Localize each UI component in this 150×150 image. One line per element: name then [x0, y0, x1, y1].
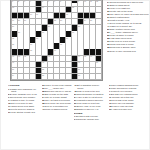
white-square: 3 — [24, 1, 30, 7]
clue-number: 21 — [24, 19, 26, 21]
clue-number: 8 — [60, 0, 61, 2]
white-square — [60, 7, 66, 13]
clue-number: 1 — [12, 0, 13, 2]
clue-number: 49 — [78, 61, 80, 63]
clue-column-right-text: 24 Sound bouncing off a canyon wall27 Ba… — [107, 1, 149, 52]
black-square — [18, 13, 24, 19]
white-square — [66, 1, 72, 7]
clue-line-text: Eighteen-wheeler, e.g. — [77, 108, 99, 110]
clue-number: 7 — [54, 0, 55, 2]
clue-line-text: Pirate's hearty "yes" — [110, 19, 130, 21]
black-square — [60, 13, 66, 19]
clue-line-text: Not even close to fake — [11, 102, 33, 104]
clue-line-text: They get split in pea soup — [45, 99, 70, 101]
clue-number: 18 — [66, 13, 68, 15]
clue-number: 9 — [78, 0, 79, 2]
white-square — [78, 43, 84, 49]
white-square: 30 — [42, 31, 48, 37]
white-square — [42, 19, 48, 25]
clue-number: 33 — [36, 37, 38, 39]
clue-line: 70 Drop of early morning dew — [107, 49, 149, 52]
white-square: 22 — [54, 19, 60, 25]
clue-line-text: Sketched with a pencil — [76, 115, 98, 117]
clue-number: 24 — [84, 19, 86, 21]
white-square — [78, 7, 84, 13]
clue-line-text: Paper wasp's hanging home — [111, 84, 139, 86]
white-square — [18, 68, 24, 74]
white-square — [18, 74, 24, 80]
white-square — [60, 49, 66, 55]
white-square — [30, 74, 36, 80]
white-square: 6 — [48, 1, 54, 7]
white-square — [54, 25, 60, 31]
white-square — [48, 62, 54, 68]
clue-column-3: 46 Bit of slapstick comedy ammo48 Ring o… — [74, 84, 106, 149]
clue-number: 12 — [96, 0, 98, 2]
white-square — [24, 43, 30, 49]
clue-line: 2 Toward the sunrise side — [74, 118, 106, 121]
white-square — [24, 74, 30, 80]
black-square — [66, 7, 72, 13]
clue-line-text: Gentle pat on the head — [110, 10, 132, 12]
clue-line-text: Cold drink for a hot day — [77, 102, 100, 104]
clue-line-text: Baker's rising agent — [110, 4, 129, 6]
white-square: 12 — [96, 1, 102, 7]
clue-line-text: Bar of soap for the bath — [45, 93, 68, 95]
white-square: 15 — [72, 7, 78, 13]
white-square — [96, 37, 102, 43]
clue-number: 5 — [42, 0, 43, 2]
white-square — [30, 7, 36, 13]
clue-number: 22 — [54, 19, 56, 21]
clue-line: 43 Team of wagon pullers — [42, 108, 72, 111]
white-square — [36, 43, 42, 49]
clue-number: 2 — [18, 0, 19, 2]
crossword-page: { "game": "crossword", "position": "....… — [0, 0, 150, 150]
clue-line-text: Barnyard egg layer, maybe — [45, 90, 71, 92]
white-square — [24, 62, 30, 68]
clue-line-text: Bit of slapstick comedy ammo — [77, 84, 99, 89]
white-square — [96, 25, 102, 31]
clue-line-text: Make amends for a wrong — [111, 87, 136, 89]
white-square — [48, 37, 54, 43]
clue-column-3-text: 46 Bit of slapstick comedy ammo48 Ring o… — [74, 84, 106, 121]
white-square: 11 — [90, 1, 96, 7]
clue-number: 3 — [24, 0, 25, 2]
white-square — [60, 62, 66, 68]
white-square — [48, 13, 54, 19]
white-square — [42, 13, 48, 19]
clue-number: 50 — [96, 61, 98, 63]
white-square — [24, 31, 30, 37]
white-square — [60, 68, 66, 74]
white-square — [66, 68, 72, 74]
white-square: 18 — [66, 13, 72, 19]
white-square — [54, 62, 60, 68]
white-square: 51 — [12, 68, 18, 74]
white-square — [54, 56, 60, 62]
clue-line-text: High chair user's wear — [110, 37, 132, 39]
white-square — [90, 74, 96, 80]
clue-number: 44 — [78, 55, 80, 57]
white-square — [66, 56, 72, 62]
white-square: 48 — [42, 62, 48, 68]
black-square — [72, 62, 78, 68]
white-square — [90, 31, 96, 37]
white-square: 4 — [30, 1, 36, 7]
clue-number: 29 — [18, 31, 20, 33]
clue-number: 45 — [84, 55, 86, 57]
white-square — [96, 74, 102, 80]
clue-number: 28 — [78, 25, 80, 27]
clue-line-text: Deep-down longing, so to speak — [110, 22, 141, 24]
white-square — [84, 25, 90, 31]
white-square — [96, 19, 102, 25]
clue-number: 15 — [72, 6, 74, 8]
clue-number: 39 — [54, 49, 56, 51]
white-square — [24, 37, 30, 43]
black-square — [72, 56, 78, 62]
clue-number: 4 — [30, 0, 31, 2]
clue-number: 46 — [90, 55, 92, 57]
black-square — [36, 7, 42, 13]
white-square: 46 — [90, 56, 96, 62]
white-square — [96, 7, 102, 13]
clue-line-text: Close at hand, to a bard — [110, 34, 133, 36]
white-square: 34 — [66, 37, 72, 43]
black-square — [72, 25, 78, 31]
white-square: 31 — [72, 31, 78, 37]
clue-number: 27 — [48, 25, 50, 27]
white-square: 37 — [60, 43, 66, 49]
clue-number: 42 — [24, 55, 26, 57]
black-square — [72, 74, 78, 80]
clue-number: 19 — [12, 19, 14, 21]
white-square: 43 — [48, 56, 54, 62]
clue-line-text: Den for a mountain lion — [45, 105, 68, 107]
white-square — [96, 68, 102, 74]
clue-number: 53 — [78, 68, 80, 70]
white-square — [66, 43, 72, 49]
white-square: 17 — [36, 13, 42, 19]
white-square — [72, 13, 78, 19]
clue-line-text: Ring of coral in the sea — [77, 90, 99, 92]
white-square: 39 — [54, 49, 60, 55]
clue-line: 46 Bit of slapstick comedy ammo — [74, 84, 106, 90]
white-square: 29 — [18, 31, 24, 37]
white-square: 10 — [84, 1, 90, 7]
black-square — [84, 13, 90, 19]
clue-number: 25 — [90, 19, 92, 21]
white-square: 50 — [96, 62, 102, 68]
clue-line-text: Skillet coating spray — [110, 16, 130, 18]
white-square — [96, 31, 102, 37]
clue-column-right: 24 Sound bouncing off a canyon wall27 Ba… — [107, 1, 149, 80]
white-square — [36, 49, 42, 55]
white-square: 21 — [24, 19, 30, 25]
white-square: 32 — [12, 37, 18, 43]
white-square — [90, 68, 96, 74]
white-square — [66, 62, 72, 68]
white-square — [48, 74, 54, 80]
white-square: 9 — [78, 1, 84, 7]
white-square — [84, 62, 90, 68]
white-square — [18, 43, 24, 49]
clue-number: 40 — [12, 55, 14, 57]
clue-line-text: Crunchy bit in trail mix — [112, 96, 134, 98]
clue-number: 38 — [30, 49, 32, 51]
white-square: 2 — [18, 1, 24, 7]
clue-line-text: Flowery luau greeting — [112, 105, 133, 107]
white-square — [90, 62, 96, 68]
white-square — [18, 7, 24, 13]
white-square — [18, 37, 24, 43]
clue-line-text: Drop of early morning dew — [110, 49, 136, 51]
white-square: 53 — [78, 68, 84, 74]
white-square: 8 — [60, 1, 66, 7]
white-square: 23 — [60, 19, 66, 25]
clue-column-1: ACROSS 1 Classic diner sandwich, for sho… — [8, 84, 40, 149]
white-square — [72, 43, 78, 49]
clue-number: 41 — [18, 55, 20, 57]
clue-line-text: Goes bad in the fridge — [112, 99, 134, 101]
white-square — [48, 31, 54, 37]
black-square — [12, 31, 18, 37]
clue-line-text: Bygone Russian ruler of old — [10, 93, 37, 95]
clue-line-text: Title for a noble knight — [45, 96, 67, 98]
white-square — [36, 19, 42, 25]
white-square: 16 — [30, 13, 36, 19]
white-square — [54, 74, 60, 80]
clue-number: 26 — [12, 25, 14, 27]
black-square — [36, 31, 42, 37]
black-square — [72, 68, 78, 74]
black-square — [48, 19, 54, 25]
white-square — [72, 49, 78, 55]
white-square — [30, 19, 36, 25]
black-square — [36, 68, 42, 74]
white-square — [30, 25, 36, 31]
clue-line: 21 Wide stretch of salty sea — [8, 111, 40, 114]
clue-number: 52 — [42, 68, 44, 70]
clue-line-text: Classic diner sandwich, for short — [10, 87, 36, 92]
black-square — [36, 1, 42, 7]
black-square — [90, 13, 96, 19]
white-square: 7 — [54, 1, 60, 7]
clue-line-text: "___, team!" (stadium cheer) — [110, 31, 138, 33]
clue-line-text: Island group near Tahiti — [11, 105, 34, 107]
clue-line-text: Easy multiple-choice pick — [110, 28, 135, 30]
white-square — [54, 37, 60, 43]
clue-number: 11 — [90, 0, 92, 2]
clue-number: 56 — [78, 74, 80, 76]
white-square — [90, 25, 96, 31]
clue-number: 36 — [30, 43, 32, 45]
clue-line-text: Smooth surface for skaters — [77, 93, 103, 95]
white-square: 49 — [78, 62, 84, 68]
clue-line-text: Sound bouncing off a canyon wall — [110, 1, 143, 3]
clue-line-text: Toner buyer's machine — [112, 102, 134, 104]
white-square: 24 — [84, 19, 90, 25]
white-square — [30, 31, 36, 37]
clue-line-text: Angler's flexible pole — [112, 108, 132, 110]
clue-number: 30 — [42, 31, 44, 33]
white-square — [42, 43, 48, 49]
white-square — [84, 37, 90, 43]
clue-number: 31 — [72, 31, 74, 33]
white-square — [78, 37, 84, 43]
clue-line-text: Where to find loose change — [45, 84, 72, 86]
white-square: 33 — [36, 37, 42, 43]
white-square — [30, 56, 36, 62]
clue-number: 47 — [12, 61, 14, 63]
clue-line: 22 Angler's flexible pole — [109, 108, 148, 111]
white-square — [60, 74, 66, 80]
white-square — [24, 25, 30, 31]
clue-number: 14 — [42, 6, 44, 8]
white-square — [90, 7, 96, 13]
white-square — [60, 25, 66, 31]
clue-line-text: Capital of Italy, to locals — [11, 99, 34, 101]
white-square — [36, 56, 42, 62]
white-square — [18, 25, 24, 31]
clue-line: 63 Eighteen-wheeler, e.g. — [74, 108, 106, 111]
clue-number: 20 — [18, 19, 20, 21]
clue-number: 48 — [42, 61, 44, 63]
clue-number: 6 — [48, 0, 49, 2]
clue-column-4: 3 Paper wasp's hanging home5 Make amends… — [109, 84, 148, 149]
clue-number: 13 — [12, 6, 14, 8]
white-square — [84, 74, 90, 80]
clue-number: 34 — [66, 37, 68, 39]
clue-line-text: Little peg on a golf course — [110, 40, 135, 42]
white-square — [48, 7, 54, 13]
black-square — [78, 19, 84, 25]
white-square — [54, 68, 60, 74]
clue-number: 32 — [12, 37, 14, 39]
clue-line-text: The whole lot, when all is said and done — [110, 13, 149, 15]
white-square — [72, 19, 78, 25]
white-square — [48, 68, 54, 74]
white-square: 27 — [48, 25, 54, 31]
clue-number: 17 — [36, 13, 38, 15]
clue-number: 55 — [42, 74, 44, 76]
white-square: 28 — [78, 25, 84, 31]
white-square — [84, 43, 90, 49]
black-square — [12, 13, 18, 19]
white-square — [84, 31, 90, 37]
black-square — [96, 49, 102, 55]
white-square — [66, 25, 72, 31]
clue-line-text: Unwanted garden sprouter — [77, 99, 103, 101]
crossword-grid: 1234567891011121314151617181920212223242… — [10, 0, 103, 81]
clue-line-text: Song from a Sunday choir — [110, 46, 135, 48]
white-square — [24, 68, 30, 74]
black-square — [54, 13, 60, 19]
clue-number: 16 — [30, 13, 32, 15]
black-square — [42, 25, 48, 31]
white-square: 38 — [30, 49, 36, 55]
clue-line-text: Took home the gold medal — [45, 102, 71, 104]
clue-line-text: Before long, in old verse — [77, 105, 101, 107]
white-square — [42, 49, 48, 55]
white-square — [96, 43, 102, 49]
white-square: 19 — [12, 19, 18, 25]
clue-number: 23 — [60, 19, 62, 21]
white-square — [48, 43, 54, 49]
clue-line-text: Tel ___ (Israeli city) — [45, 87, 64, 89]
white-square — [84, 68, 90, 74]
white-square — [24, 7, 30, 13]
white-square: 20 — [18, 19, 24, 25]
clue-line-text: Wide-eyed night flier — [110, 7, 130, 9]
white-square — [36, 25, 42, 31]
clue-line-text: Quick quip from a comic — [110, 43, 134, 45]
white-square: 13 — [12, 7, 18, 13]
clue-number: 10 — [84, 0, 86, 2]
clue-line-text: Cabin for a hermit, say — [110, 25, 132, 27]
clue-line-text: Toward the sunrise side — [76, 118, 99, 120]
clue-line-text: Poet's word for "always" — [11, 108, 34, 110]
white-square — [84, 7, 90, 13]
white-square: 42 — [24, 56, 30, 62]
white-square — [54, 7, 60, 13]
clue-line-text: Have a bite to eat at noon — [77, 96, 102, 98]
black-square — [78, 13, 84, 19]
clue-line-text: Team of wagon pullers — [45, 108, 67, 110]
white-square: 14 — [42, 7, 48, 13]
clue-column-1-text: ACROSS 1 Classic diner sandwich, for sho… — [8, 84, 40, 114]
white-square — [60, 56, 66, 62]
white-square: 26 — [12, 25, 18, 31]
white-square: 52 — [42, 68, 48, 74]
white-square: 41 — [18, 56, 24, 62]
white-square — [66, 49, 72, 55]
white-square — [30, 62, 36, 68]
white-square — [96, 13, 102, 19]
clue-line: 1 Classic diner sandwich, for short — [8, 87, 40, 93]
white-square: 55 — [42, 74, 48, 80]
white-square — [90, 43, 96, 49]
clue-column-2-text: 23 Where to find loose change26 Tel ___ … — [42, 84, 72, 111]
clue-column-4-text: 3 Paper wasp's hanging home5 Make amends… — [109, 84, 148, 111]
clue-number: 35 — [12, 43, 14, 45]
white-square — [18, 62, 24, 68]
white-square — [54, 31, 60, 37]
white-square — [90, 37, 96, 43]
black-square — [36, 62, 42, 68]
white-square: 54 — [12, 74, 18, 80]
white-square: 35 — [12, 43, 18, 49]
black-square — [36, 74, 42, 80]
white-square — [30, 68, 36, 74]
white-square — [66, 19, 72, 25]
clue-number: 51 — [12, 68, 14, 70]
clue-column-2: 23 Where to find loose change26 Tel ___ … — [42, 84, 72, 149]
clue-number: 54 — [12, 74, 14, 76]
clue-line-text: Opera house solo number — [10, 96, 35, 98]
black-square — [30, 37, 36, 43]
white-square: 56 — [78, 74, 84, 80]
clue-number: 43 — [48, 55, 50, 57]
black-square — [60, 37, 66, 43]
white-square — [60, 31, 66, 37]
black-square — [24, 13, 30, 19]
clue-line-text: Wide stretch of salty sea — [11, 111, 35, 113]
white-square — [72, 37, 78, 43]
clue-number: 37 — [60, 43, 62, 45]
white-square — [42, 37, 48, 43]
